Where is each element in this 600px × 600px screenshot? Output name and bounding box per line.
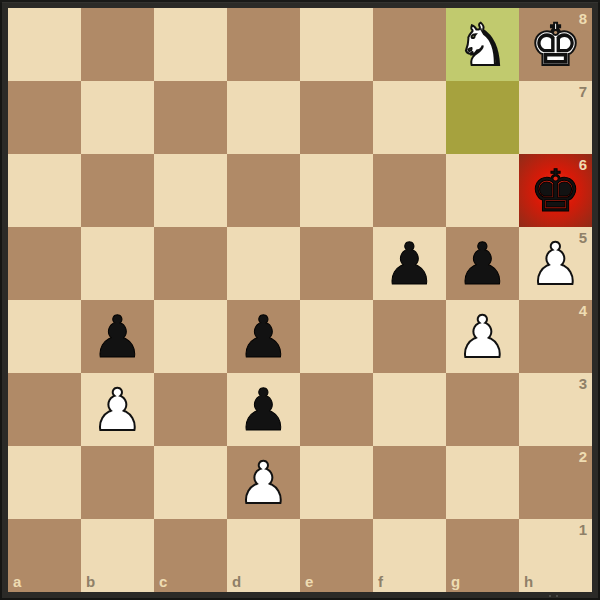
square-f8[interactable] [373,8,446,81]
square-e5[interactable] [300,227,373,300]
square-f3[interactable] [373,373,446,446]
file-label-h: h [524,574,533,589]
square-f1[interactable]: f [373,519,446,592]
square-g5[interactable]: ♟ [446,227,519,300]
square-c7[interactable] [154,81,227,154]
white-knight[interactable]: ♞ [446,8,519,81]
square-a4[interactable] [8,300,81,373]
file-label-c: c [159,574,167,589]
square-a5[interactable] [8,227,81,300]
file-label-g: g [451,574,460,589]
square-f6[interactable] [373,154,446,227]
board-frame: ♞8♚76♚♟♟5♟♟♟♟4♟♟3♟2abcdefg1h [0,0,600,600]
rank-label-3: 3 [579,376,587,391]
square-e2[interactable] [300,446,373,519]
square-e7[interactable] [300,81,373,154]
square-b7[interactable] [81,81,154,154]
square-a3[interactable] [8,373,81,446]
square-g2[interactable] [446,446,519,519]
square-c1[interactable]: c [154,519,227,592]
square-e3[interactable] [300,373,373,446]
square-d1[interactable]: d [227,519,300,592]
white-pawn[interactable]: ♟ [227,446,300,519]
black-pawn[interactable]: ♟ [227,373,300,446]
square-a1[interactable]: a [8,519,81,592]
square-c8[interactable] [154,8,227,81]
square-h5[interactable]: 5♟ [519,227,592,300]
black-pawn[interactable]: ♟ [81,300,154,373]
black-king[interactable]: ♚ [519,154,592,227]
square-g3[interactable] [446,373,519,446]
square-e6[interactable] [300,154,373,227]
square-c6[interactable] [154,154,227,227]
square-b8[interactable] [81,8,154,81]
square-b4[interactable]: ♟ [81,300,154,373]
square-e4[interactable] [300,300,373,373]
file-label-e: e [305,574,313,589]
square-g8[interactable]: ♞ [446,8,519,81]
square-b5[interactable] [81,227,154,300]
square-c2[interactable] [154,446,227,519]
square-f7[interactable] [373,81,446,154]
white-pawn[interactable]: ♟ [81,373,154,446]
square-b6[interactable] [81,154,154,227]
square-d6[interactable] [227,154,300,227]
square-d3[interactable]: ♟ [227,373,300,446]
square-c3[interactable] [154,373,227,446]
white-pawn[interactable]: ♟ [519,227,592,300]
square-h1[interactable]: 1h [519,519,592,592]
file-label-d: d [232,574,241,589]
square-e8[interactable] [300,8,373,81]
square-g7[interactable] [446,81,519,154]
square-h7[interactable]: 7 [519,81,592,154]
square-d8[interactable] [227,8,300,81]
square-d4[interactable]: ♟ [227,300,300,373]
black-pawn[interactable]: ♟ [227,300,300,373]
square-h4[interactable]: 4 [519,300,592,373]
resize-handle[interactable] [548,594,562,598]
square-f2[interactable] [373,446,446,519]
rank-label-1: 1 [579,522,587,537]
square-g6[interactable] [446,154,519,227]
square-d7[interactable] [227,81,300,154]
square-e1[interactable]: e [300,519,373,592]
square-f4[interactable] [373,300,446,373]
black-pawn[interactable]: ♟ [446,227,519,300]
square-g1[interactable]: g [446,519,519,592]
square-h2[interactable]: 2 [519,446,592,519]
square-d5[interactable] [227,227,300,300]
black-pawn[interactable]: ♟ [373,227,446,300]
file-label-f: f [378,574,383,589]
square-b3[interactable]: ♟ [81,373,154,446]
square-c5[interactable] [154,227,227,300]
square-f5[interactable]: ♟ [373,227,446,300]
square-h3[interactable]: 3 [519,373,592,446]
square-c4[interactable] [154,300,227,373]
square-h8[interactable]: 8♚ [519,8,592,81]
rank-label-2: 2 [579,449,587,464]
file-label-a: a [13,574,21,589]
square-d2[interactable]: ♟ [227,446,300,519]
rank-label-4: 4 [579,303,587,318]
square-a6[interactable] [8,154,81,227]
square-a2[interactable] [8,446,81,519]
file-label-b: b [86,574,95,589]
square-a7[interactable] [8,81,81,154]
square-g4[interactable]: ♟ [446,300,519,373]
chess-board: ♞8♚76♚♟♟5♟♟♟♟4♟♟3♟2abcdefg1h [8,8,592,592]
white-king[interactable]: ♚ [519,8,592,81]
square-b2[interactable] [81,446,154,519]
square-h6[interactable]: 6♚ [519,154,592,227]
rank-label-7: 7 [579,84,587,99]
square-a8[interactable] [8,8,81,81]
square-b1[interactable]: b [81,519,154,592]
white-pawn[interactable]: ♟ [446,300,519,373]
